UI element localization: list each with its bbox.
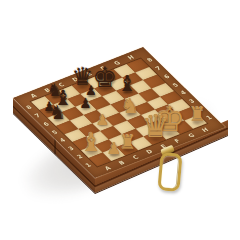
light-rook-c1[interactable]: ♜ (119, 133, 137, 153)
dark-pawn-c6[interactable]: ♟ (79, 97, 91, 111)
dark-knight-a6[interactable]: ♞ (49, 103, 66, 122)
light-bishop-a2[interactable]: ♝ (80, 130, 103, 155)
light-pawn-b1[interactable]: ♟ (107, 141, 122, 157)
light-pawn-c4[interactable]: ♟ (96, 113, 109, 128)
product-photo-scene: AABBCCDDEEFFGGHH8877665544332211 ♞♛♟♝♟♚♞… (0, 0, 240, 240)
brass-clasp (157, 152, 182, 192)
light-queen-e1[interactable]: ♛ (141, 110, 169, 141)
pieces-layer: ♞♛♟♝♟♚♞♟♝♟♞♝♟♜♛♚♜ (0, 0, 240, 240)
dark-bishop-f6[interactable]: ♝ (117, 73, 137, 95)
light-rook-h1[interactable]: ♜ (189, 106, 207, 126)
light-knight-e4[interactable]: ♞ (121, 96, 139, 117)
